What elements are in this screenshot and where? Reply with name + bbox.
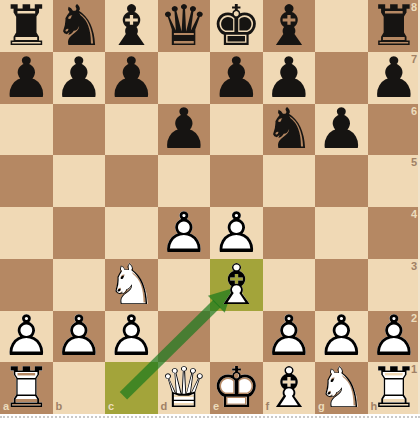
square-g1[interactable]: g♞♘: [315, 362, 368, 414]
black-king-e8[interactable]: ♚: [210, 0, 263, 52]
square-d3[interactable]: [158, 259, 211, 311]
square-c5[interactable]: [105, 155, 158, 207]
square-e7[interactable]: ♟: [210, 52, 263, 104]
square-b5[interactable]: [53, 155, 106, 207]
square-e6[interactable]: [210, 104, 263, 156]
square-c8[interactable]: ♝: [105, 0, 158, 52]
piece-fill: ♜: [368, 0, 420, 52]
piece-outline: ♗: [210, 259, 263, 311]
white-king-e1[interactable]: ♚♔: [210, 362, 263, 414]
square-f5[interactable]: [263, 155, 316, 207]
square-e4[interactable]: ♟♙: [210, 207, 263, 259]
square-f4[interactable]: [263, 207, 316, 259]
piece-outline: ♗: [263, 362, 316, 414]
dotted-divider: [0, 416, 420, 418]
white-pawn-b2[interactable]: ♟♙: [53, 311, 106, 363]
coord-rank-3: 3: [411, 260, 417, 272]
square-g6[interactable]: ♟: [315, 104, 368, 156]
square-d1[interactable]: d♛♕: [158, 362, 211, 414]
chess-app-page: ♜♞♝♛♚♝8♜♟♟♟♟♟7♟♟♞♟65♟♙♟♙4♞♘♝♗3♟♙♟♙♟♙♟♙♟♙…: [0, 0, 420, 421]
square-b8[interactable]: ♞: [53, 0, 106, 52]
black-pawn-c7[interactable]: ♟: [105, 52, 158, 104]
black-pawn-d6[interactable]: ♟: [158, 104, 211, 156]
piece-fill: ♟: [315, 104, 368, 156]
square-g4[interactable]: [315, 207, 368, 259]
piece-fill: ♞: [53, 0, 106, 52]
square-c4[interactable]: [105, 207, 158, 259]
piece-fill: ♟: [158, 104, 211, 156]
coord-rank-5: 5: [411, 156, 417, 168]
piece-fill: ♚: [210, 0, 263, 52]
piece-outline: ♘: [315, 362, 368, 414]
piece-fill: ♟: [210, 52, 263, 104]
piece-fill: ♛: [158, 0, 211, 52]
page-bottom-strip: [0, 414, 420, 421]
piece-fill: ♟: [105, 52, 158, 104]
black-rook-a8[interactable]: ♜: [0, 0, 53, 52]
square-h6[interactable]: 6: [368, 104, 420, 156]
square-d4[interactable]: ♟♙: [158, 207, 211, 259]
white-pawn-d4[interactable]: ♟♙: [158, 207, 211, 259]
square-f1[interactable]: f♝♗: [263, 362, 316, 414]
square-c7[interactable]: ♟: [105, 52, 158, 104]
piece-fill: ♝: [105, 0, 158, 52]
piece-fill: ♟: [53, 52, 106, 104]
white-bishop-f1[interactable]: ♝♗: [263, 362, 316, 414]
black-knight-b8[interactable]: ♞: [53, 0, 106, 52]
square-a8[interactable]: ♜: [0, 0, 53, 52]
black-pawn-b7[interactable]: ♟: [53, 52, 106, 104]
square-b7[interactable]: ♟: [53, 52, 106, 104]
black-rook-h8[interactable]: ♜: [368, 0, 420, 52]
piece-fill: ♞: [263, 104, 316, 156]
black-queen-d8[interactable]: ♛: [158, 0, 211, 52]
black-bishop-f8[interactable]: ♝: [263, 0, 316, 52]
square-h7[interactable]: 7♟: [368, 52, 420, 104]
white-rook-h1[interactable]: ♜♖: [368, 362, 420, 414]
square-a7[interactable]: ♟: [0, 52, 53, 104]
piece-outline: ♖: [368, 362, 420, 414]
white-knight-g1[interactable]: ♞♘: [315, 362, 368, 414]
piece-fill: ♟: [368, 52, 420, 104]
square-g5[interactable]: [315, 155, 368, 207]
square-e8[interactable]: ♚: [210, 0, 263, 52]
square-b2[interactable]: ♟♙: [53, 311, 106, 363]
piece-outline: ♙: [210, 207, 263, 259]
white-queen-d1[interactable]: ♛♕: [158, 362, 211, 414]
black-pawn-e7[interactable]: ♟: [210, 52, 263, 104]
piece-fill: ♝: [263, 0, 316, 52]
square-f6[interactable]: ♞: [263, 104, 316, 156]
square-e1[interactable]: e♚♔: [210, 362, 263, 414]
piece-outline: ♖: [0, 362, 53, 414]
square-h1[interactable]: 1h♜♖: [368, 362, 420, 414]
piece-outline: ♙: [105, 311, 158, 363]
square-a4[interactable]: [0, 207, 53, 259]
black-pawn-a7[interactable]: ♟: [0, 52, 53, 104]
piece-outline: ♔: [210, 362, 263, 414]
black-knight-f6[interactable]: ♞: [263, 104, 316, 156]
square-h5[interactable]: 5: [368, 155, 420, 207]
square-c1[interactable]: c: [105, 362, 158, 414]
black-bishop-c8[interactable]: ♝: [105, 0, 158, 52]
square-h4[interactable]: 4: [368, 207, 420, 259]
chess-board: ♜♞♝♛♚♝8♜♟♟♟♟♟7♟♟♞♟65♟♙♟♙4♞♘♝♗3♟♙♟♙♟♙♟♙♟♙…: [0, 0, 420, 414]
square-f8[interactable]: ♝: [263, 0, 316, 52]
square-e3[interactable]: ♝♗: [210, 259, 263, 311]
white-rook-a1[interactable]: ♜♖: [0, 362, 53, 414]
coord-rank-4: 4: [411, 208, 417, 220]
black-pawn-h7[interactable]: ♟: [368, 52, 420, 104]
piece-fill: ♜: [0, 0, 53, 52]
coord-file-c: c: [108, 400, 114, 412]
square-b1[interactable]: b: [53, 362, 106, 414]
piece-outline: ♕: [158, 362, 211, 414]
white-pawn-c2[interactable]: ♟♙: [105, 311, 158, 363]
square-a1[interactable]: a♜♖: [0, 362, 53, 414]
white-pawn-e4[interactable]: ♟♙: [210, 207, 263, 259]
square-c6[interactable]: [105, 104, 158, 156]
square-h8[interactable]: 8♜: [368, 0, 420, 52]
square-b4[interactable]: [53, 207, 106, 259]
square-d8[interactable]: ♛: [158, 0, 211, 52]
white-bishop-e3[interactable]: ♝♗: [210, 259, 263, 311]
piece-fill: ♟: [0, 52, 53, 104]
piece-outline: ♙: [158, 207, 211, 259]
square-b6[interactable]: [53, 104, 106, 156]
piece-outline: ♙: [53, 311, 106, 363]
square-a5[interactable]: [0, 155, 53, 207]
square-a6[interactable]: [0, 104, 53, 156]
square-g8[interactable]: [315, 0, 368, 52]
black-pawn-g6[interactable]: ♟: [315, 104, 368, 156]
square-c2[interactable]: ♟♙: [105, 311, 158, 363]
square-d6[interactable]: ♟: [158, 104, 211, 156]
coord-file-b: b: [56, 400, 63, 412]
